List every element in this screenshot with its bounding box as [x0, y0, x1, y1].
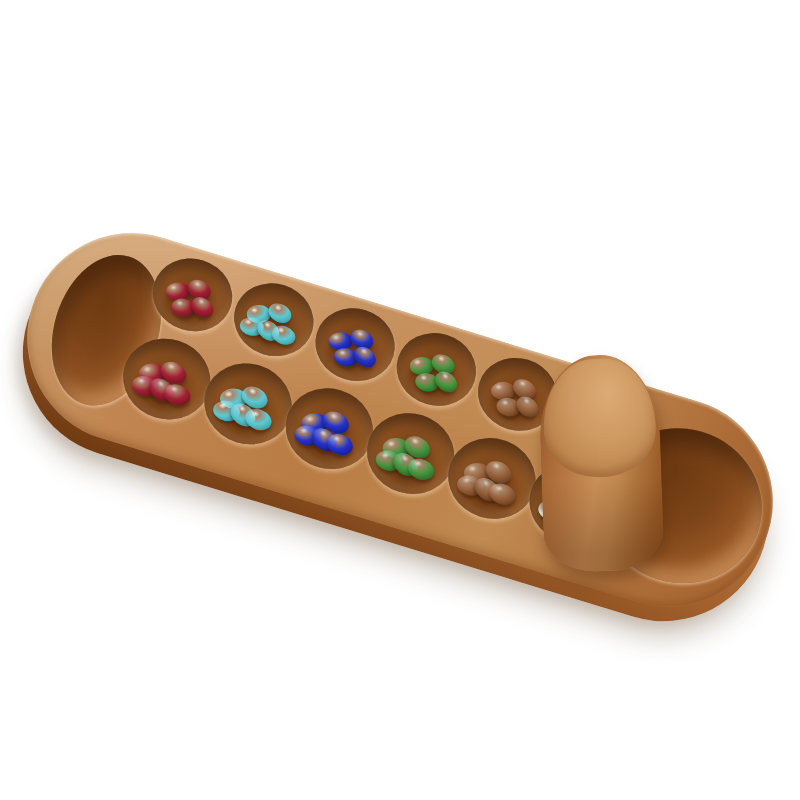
pit-far-3[interactable] — [306, 298, 404, 390]
white-background — [0, 0, 800, 800]
gem-cobalt-blue — [350, 342, 380, 371]
gem-green — [431, 367, 461, 396]
pit-near-2[interactable] — [194, 353, 302, 455]
pit-far-2[interactable] — [225, 274, 323, 366]
mancala-board — [1, 207, 799, 633]
right-store-raised-cylinder — [537, 353, 664, 573]
pit-near-3[interactable] — [276, 378, 384, 480]
pit-near-5[interactable] — [438, 427, 546, 529]
gem-red — [187, 293, 217, 322]
gem-amber-brown — [512, 392, 542, 421]
pit-near-4[interactable] — [357, 402, 465, 504]
pit-far-4[interactable] — [388, 323, 486, 415]
